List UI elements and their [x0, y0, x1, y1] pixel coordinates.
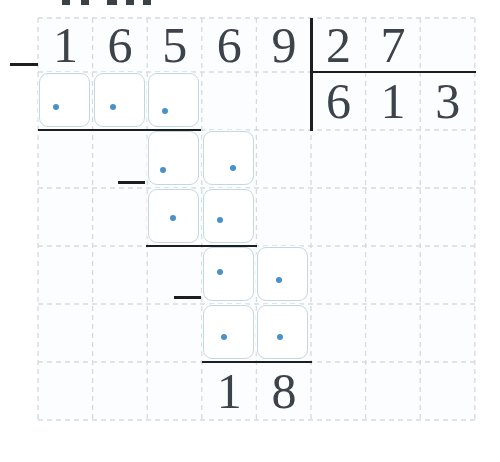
- hidden-digit-box-r2c3[interactable]: [203, 131, 254, 185]
- hidden-digit-box-r1c1[interactable]: [94, 73, 145, 127]
- hidden-digit-box-r5c3[interactable]: [203, 305, 254, 359]
- hidden-digit-box-r1c2[interactable]: [148, 73, 199, 127]
- quotient-digit-3: 3: [420, 72, 475, 130]
- hidden-digit-box-r4c3[interactable]: [203, 247, 254, 301]
- minus-sign-step2: [118, 181, 145, 184]
- hidden-digit-dot: [217, 269, 223, 275]
- cropped-text-fragment: [62, 0, 70, 5]
- hidden-digit-dot: [221, 334, 227, 340]
- hidden-digit-dot: [53, 104, 59, 110]
- dividend-digit-3: 5: [147, 18, 202, 72]
- hidden-digit-dot: [277, 334, 283, 340]
- hidden-digit-box-r1c0[interactable]: [39, 73, 90, 127]
- subtraction-underline-2: [146, 245, 257, 248]
- divisor-digit-1: 2: [311, 18, 366, 72]
- cropped-text-fragment: [143, 0, 151, 5]
- quotient-digit-2: 1: [366, 72, 421, 130]
- subtraction-underline-1: [38, 129, 201, 132]
- cropped-text-fragment: [81, 0, 89, 5]
- hidden-digit-box-r3c2[interactable]: [148, 189, 199, 243]
- minus-sign-step3: [174, 296, 201, 299]
- cropped-text-fragment: [107, 0, 117, 5]
- hidden-digit-dot: [276, 277, 282, 283]
- hidden-digit-box-r4c4[interactable]: [257, 247, 308, 301]
- hidden-digit-box-r3c3[interactable]: [203, 189, 254, 243]
- minus-sign-step1: [10, 63, 38, 66]
- remainder-digit-1: 1: [202, 362, 257, 420]
- hidden-digit-dot: [217, 217, 223, 223]
- hidden-digit-dot: [170, 215, 176, 221]
- remainder-digit-2: 8: [256, 362, 311, 420]
- quotient-digit-1: 6: [311, 72, 366, 130]
- divisor-digit-2: 7: [366, 18, 421, 72]
- cropped-text-fragment: [126, 0, 134, 5]
- hidden-digit-dot: [160, 167, 166, 173]
- dividend-digit-5: 9: [256, 18, 311, 72]
- long-division-board: 1 6 5 6 9 2 7 6 1 3 1 8: [0, 0, 500, 462]
- hidden-digit-dot: [110, 104, 116, 110]
- hidden-digit-dot: [230, 165, 236, 171]
- dividend-digit-4: 6: [202, 18, 257, 72]
- hidden-digit-box-r2c2[interactable]: [148, 131, 199, 185]
- hidden-digit-box-r5c4[interactable]: [257, 305, 308, 359]
- hidden-digit-dot: [162, 108, 168, 114]
- dividend-digit-2: 6: [93, 18, 148, 72]
- dividend-digit-1: 1: [38, 18, 93, 72]
